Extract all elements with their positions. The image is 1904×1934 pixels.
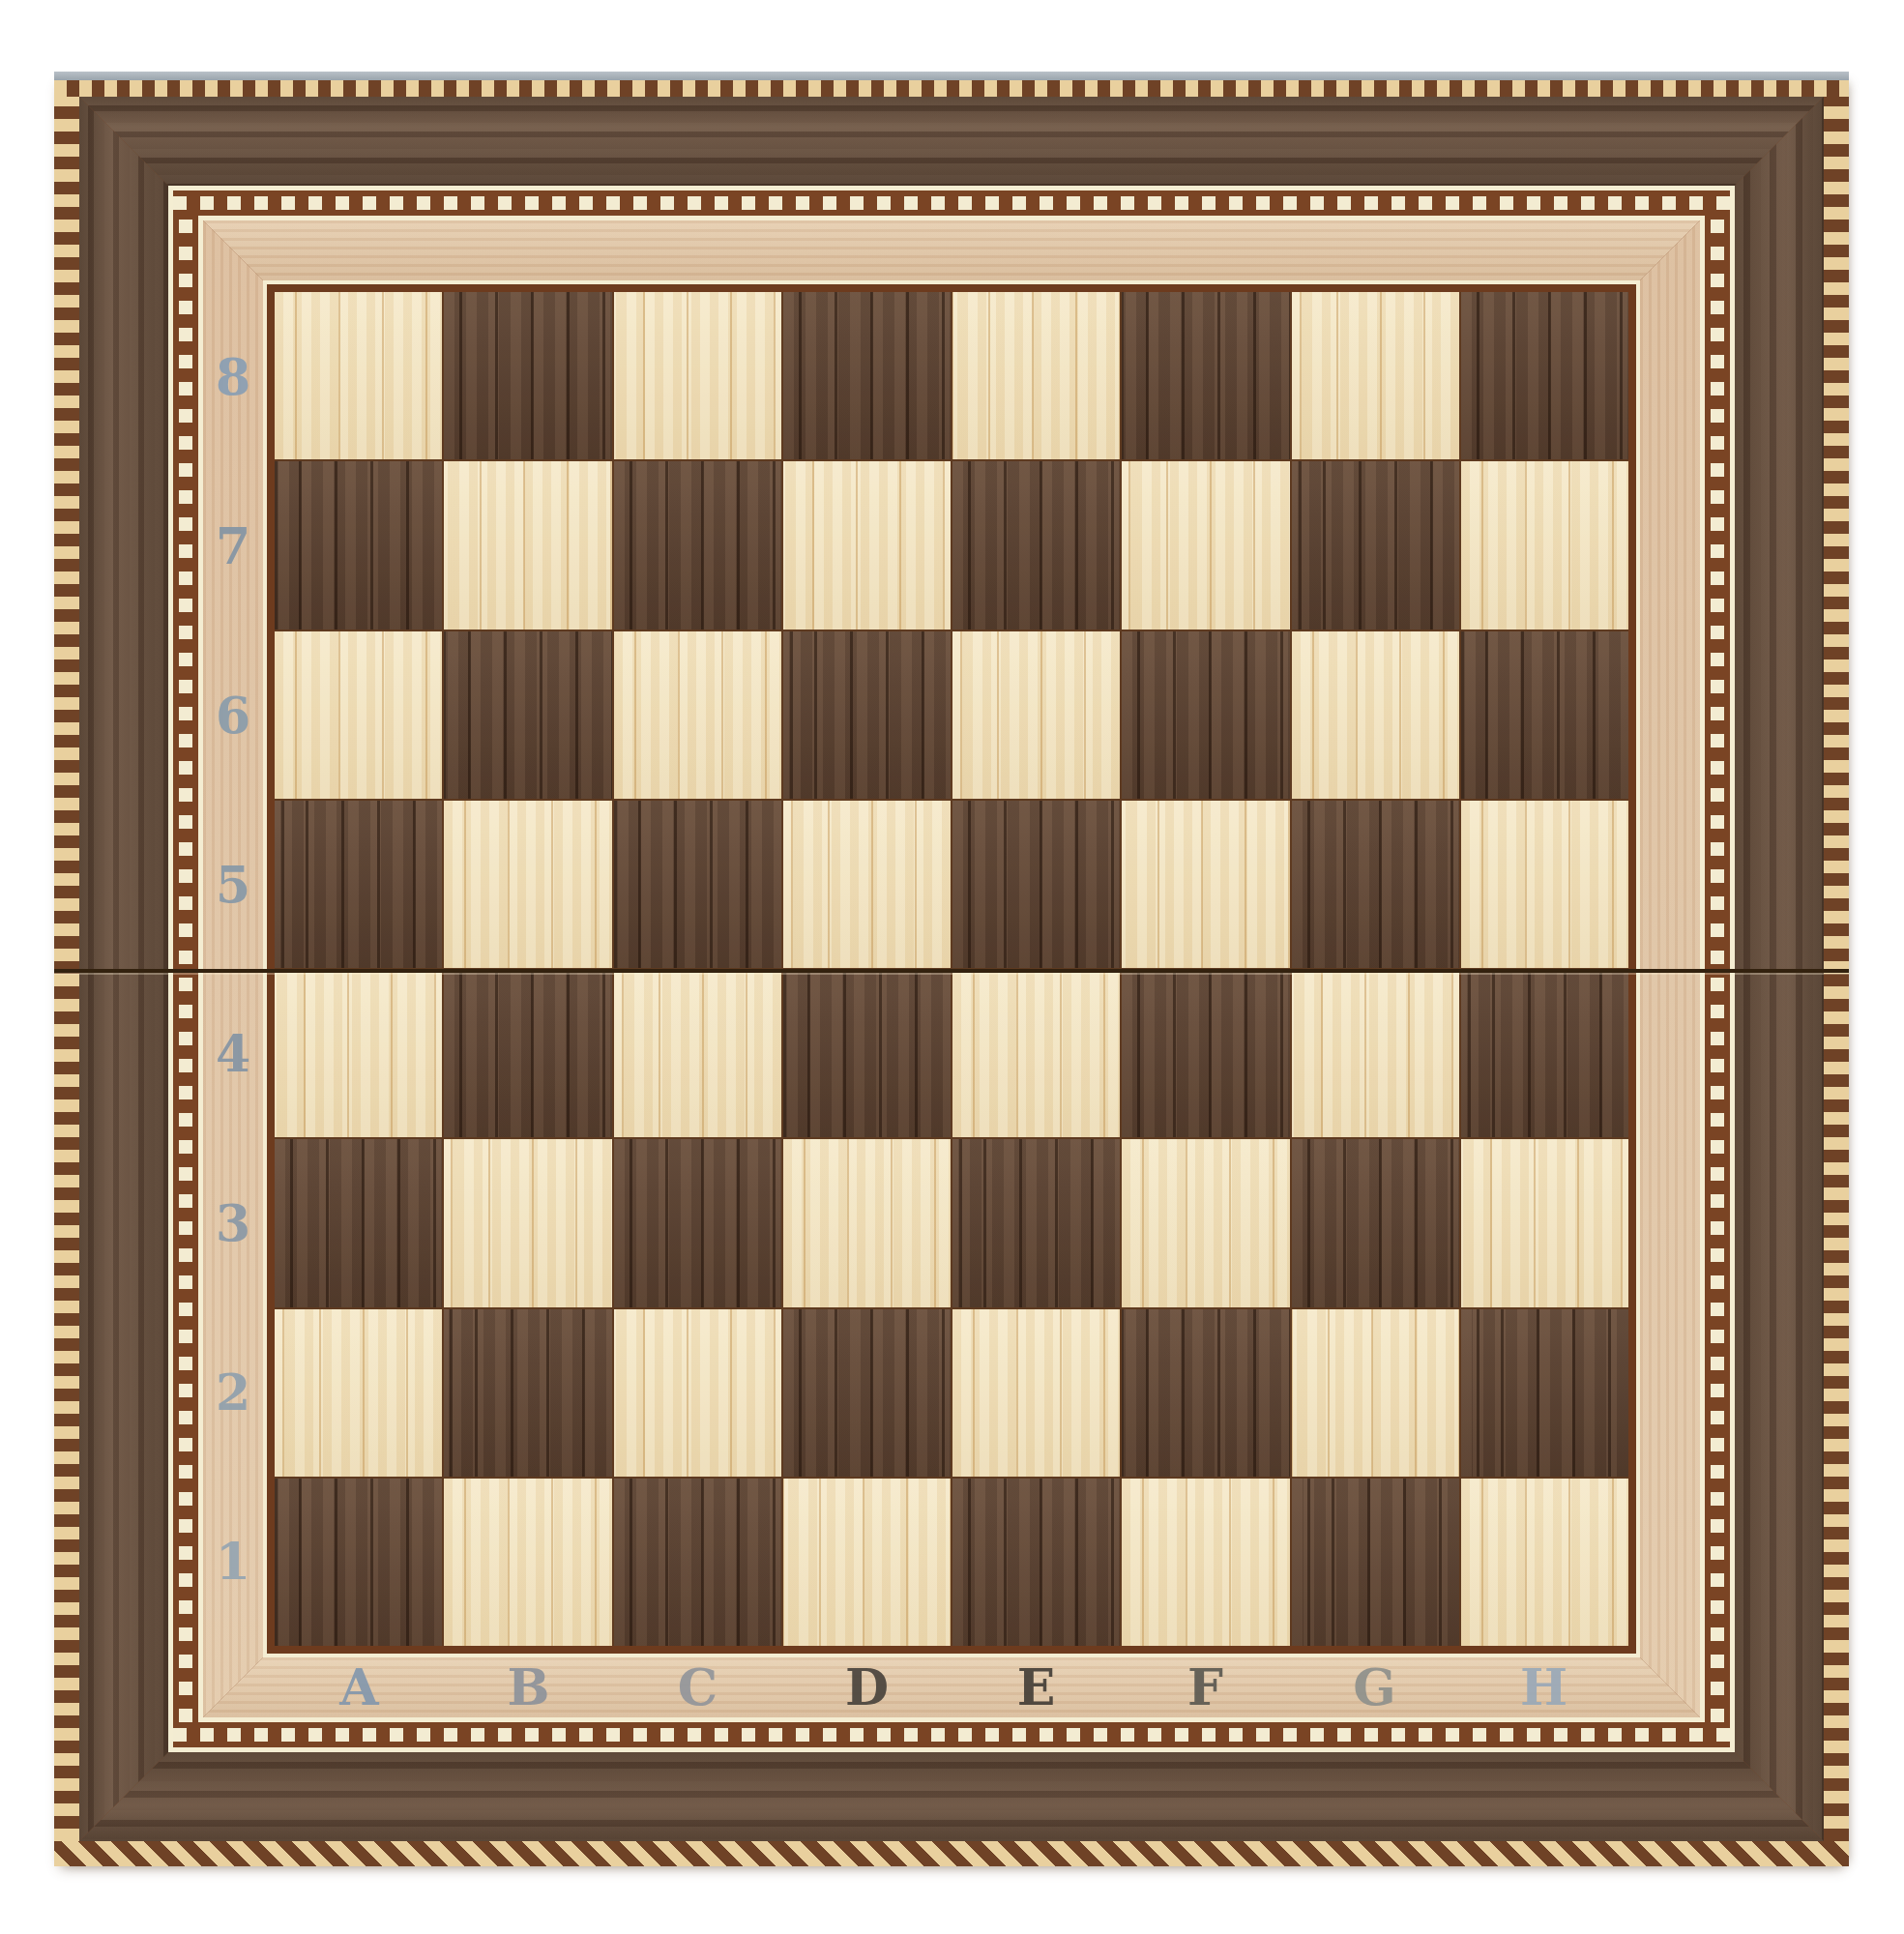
square-d8[interactable] [783, 292, 951, 459]
square-d3[interactable] [783, 1139, 951, 1306]
square-a6[interactable] [275, 631, 442, 799]
square-g8[interactable] [1292, 292, 1459, 459]
board-top-side-edge [54, 72, 1849, 80]
square-b2[interactable] [444, 1309, 611, 1477]
square-e2[interactable] [952, 1309, 1120, 1477]
square-c3[interactable] [614, 1139, 781, 1306]
square-h3[interactable] [1461, 1139, 1628, 1306]
square-b4[interactable] [444, 970, 611, 1137]
square-g3[interactable] [1292, 1139, 1459, 1306]
edge-inlay-band-bottom [54, 1841, 1849, 1866]
square-c6[interactable] [614, 631, 781, 799]
square-h5[interactable] [1461, 801, 1628, 968]
file-label-d: D [824, 1658, 911, 1718]
square-f7[interactable] [1122, 461, 1289, 629]
square-a7[interactable] [275, 461, 442, 629]
square-a8[interactable] [275, 292, 442, 459]
rank-label-7: 7 [203, 515, 263, 577]
square-e4[interactable] [952, 970, 1120, 1137]
square-h2[interactable] [1461, 1309, 1628, 1477]
rank-label-4: 4 [203, 1023, 263, 1085]
rank-label-8: 8 [203, 346, 263, 408]
board-fold-seam [54, 969, 1849, 973]
file-label-b: B [485, 1658, 572, 1718]
square-f1[interactable] [1122, 1479, 1289, 1646]
square-b6[interactable] [444, 631, 611, 799]
square-g6[interactable] [1292, 631, 1459, 799]
square-c7[interactable] [614, 461, 781, 629]
rank-label-2: 2 [203, 1362, 263, 1423]
square-a4[interactable] [275, 970, 442, 1137]
walnut-frame-top [79, 97, 1824, 186]
checker-squares [173, 1728, 1730, 1742]
file-label-c: C [655, 1658, 742, 1718]
square-d5[interactable] [783, 801, 951, 968]
square-a3[interactable] [275, 1139, 442, 1306]
checker-inlay-top [173, 190, 1730, 216]
square-b3[interactable] [444, 1139, 611, 1306]
square-a2[interactable] [275, 1309, 442, 1477]
square-h7[interactable] [1461, 461, 1628, 629]
square-b5[interactable] [444, 801, 611, 968]
square-c8[interactable] [614, 292, 781, 459]
square-e5[interactable] [952, 801, 1120, 968]
rank-label-3: 3 [203, 1192, 263, 1254]
square-a5[interactable] [275, 801, 442, 968]
square-c5[interactable] [614, 801, 781, 968]
square-h8[interactable] [1461, 292, 1628, 459]
rank-label-1: 1 [203, 1531, 263, 1593]
square-b7[interactable] [444, 461, 611, 629]
square-e3[interactable] [952, 1139, 1120, 1306]
walnut-frame-bottom [79, 1752, 1824, 1841]
square-h4[interactable] [1461, 970, 1628, 1137]
checker-inlay-bottom [173, 1722, 1730, 1747]
square-c2[interactable] [614, 1309, 781, 1477]
square-b1[interactable] [444, 1479, 611, 1646]
rank-label-6: 6 [203, 685, 263, 747]
square-h6[interactable] [1461, 631, 1628, 799]
chess-board: 87654321 ABCDEFGH [54, 72, 1849, 1866]
square-e1[interactable] [952, 1479, 1120, 1646]
square-f2[interactable] [1122, 1309, 1289, 1477]
square-f5[interactable] [1122, 801, 1289, 968]
square-f8[interactable] [1122, 292, 1289, 459]
file-label-e: E [993, 1658, 1080, 1718]
square-g2[interactable] [1292, 1309, 1459, 1477]
square-e7[interactable] [952, 461, 1120, 629]
file-label-a: A [316, 1658, 403, 1718]
oak-frame-top [203, 220, 1700, 280]
rank-label-5: 5 [203, 854, 263, 916]
square-d6[interactable] [783, 631, 951, 799]
square-g4[interactable] [1292, 970, 1459, 1137]
square-g7[interactable] [1292, 461, 1459, 629]
file-label-g: G [1332, 1658, 1419, 1718]
square-b8[interactable] [444, 292, 611, 459]
square-c4[interactable] [614, 970, 781, 1137]
square-e8[interactable] [952, 292, 1120, 459]
file-label-h: H [1501, 1658, 1588, 1718]
square-d7[interactable] [783, 461, 951, 629]
file-label-f: F [1162, 1658, 1249, 1718]
square-f4[interactable] [1122, 970, 1289, 1137]
oak-frame-bottom [203, 1657, 1700, 1717]
square-f6[interactable] [1122, 631, 1289, 799]
square-e6[interactable] [952, 631, 1120, 799]
square-h1[interactable] [1461, 1479, 1628, 1646]
photo-background: 87654321 ABCDEFGH [0, 0, 1904, 1934]
square-d4[interactable] [783, 970, 951, 1137]
square-d1[interactable] [783, 1479, 951, 1646]
square-c1[interactable] [614, 1479, 781, 1646]
square-g1[interactable] [1292, 1479, 1459, 1646]
square-d2[interactable] [783, 1309, 951, 1477]
square-f3[interactable] [1122, 1139, 1289, 1306]
square-g5[interactable] [1292, 801, 1459, 968]
checker-squares [173, 196, 1730, 210]
square-a1[interactable] [275, 1479, 442, 1646]
